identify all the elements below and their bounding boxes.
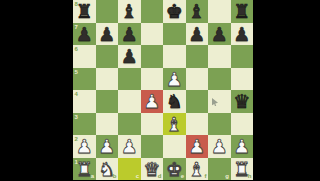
square-b3[interactable] <box>96 113 119 136</box>
square-d7[interactable] <box>141 23 164 46</box>
square-g4[interactable] <box>208 90 231 113</box>
square-f7[interactable]: ♟ <box>186 23 209 46</box>
square-e3[interactable]: ♝ <box>163 113 186 136</box>
square-h5[interactable] <box>231 68 254 91</box>
square-a8[interactable]: 8♜ <box>73 0 96 23</box>
square-h6[interactable] <box>231 45 254 68</box>
square-c8[interactable]: ♝ <box>118 0 141 23</box>
letterbox-right <box>253 0 320 180</box>
square-a1[interactable]: 1a♜ <box>73 158 96 181</box>
piece-black-bishop-f8[interactable]: ♝ <box>186 0 209 23</box>
piece-black-pawn-f7[interactable]: ♟ <box>186 23 209 46</box>
square-g2[interactable]: ♟ <box>208 135 231 158</box>
square-f1[interactable]: f♝ <box>186 158 209 181</box>
square-d3[interactable] <box>141 113 164 136</box>
square-f8[interactable]: ♝ <box>186 0 209 23</box>
square-c2[interactable]: ♟ <box>118 135 141 158</box>
square-e7[interactable] <box>163 23 186 46</box>
square-g1[interactable]: g <box>208 158 231 181</box>
square-c4[interactable] <box>118 90 141 113</box>
square-a2[interactable]: 2♟ <box>73 135 96 158</box>
piece-white-queen-d1[interactable]: ♛ <box>141 158 164 181</box>
square-e4[interactable]: ♞ <box>163 90 186 113</box>
square-b4[interactable] <box>96 90 119 113</box>
rank-label-4: 4 <box>75 91 78 97</box>
piece-black-knight-e4[interactable]: ♞ <box>163 90 186 113</box>
square-e2[interactable] <box>163 135 186 158</box>
square-a4[interactable]: 4 <box>73 90 96 113</box>
square-h3[interactable] <box>231 113 254 136</box>
piece-white-pawn-f2[interactable]: ♟ <box>186 135 209 158</box>
piece-white-rook-h1[interactable]: ♜ <box>231 158 254 181</box>
square-h7[interactable]: ♟ <box>231 23 254 46</box>
square-b8[interactable] <box>96 0 119 23</box>
square-b7[interactable]: ♟ <box>96 23 119 46</box>
piece-black-queen-h4[interactable]: ♛ <box>231 90 254 113</box>
square-g7[interactable]: ♟ <box>208 23 231 46</box>
piece-black-pawn-c6[interactable]: ♟ <box>118 45 141 68</box>
square-c3[interactable] <box>118 113 141 136</box>
piece-white-pawn-g2[interactable]: ♟ <box>208 135 231 158</box>
piece-white-bishop-e3[interactable]: ♝ <box>163 113 186 136</box>
piece-white-pawn-c2[interactable]: ♟ <box>118 135 141 158</box>
piece-white-rook-a1[interactable]: ♜ <box>73 158 96 181</box>
square-f3[interactable] <box>186 113 209 136</box>
piece-black-pawn-g7[interactable]: ♟ <box>208 23 231 46</box>
piece-black-rook-a8[interactable]: ♜ <box>73 0 96 23</box>
piece-white-pawn-a2[interactable]: ♟ <box>73 135 96 158</box>
square-d5[interactable] <box>141 68 164 91</box>
piece-black-bishop-c8[interactable]: ♝ <box>118 0 141 23</box>
rank-label-3: 3 <box>75 114 78 120</box>
square-f2[interactable]: ♟ <box>186 135 209 158</box>
square-g3[interactable] <box>208 113 231 136</box>
square-a5[interactable]: 5 <box>73 68 96 91</box>
square-h1[interactable]: h♜ <box>231 158 254 181</box>
square-d6[interactable] <box>141 45 164 68</box>
square-h2[interactable]: ♟ <box>231 135 254 158</box>
square-e5[interactable]: ♟ <box>163 68 186 91</box>
square-b2[interactable]: ♟ <box>96 135 119 158</box>
square-c5[interactable] <box>118 68 141 91</box>
square-e8[interactable]: ♚ <box>163 0 186 23</box>
piece-black-pawn-b7[interactable]: ♟ <box>96 23 119 46</box>
square-b5[interactable] <box>96 68 119 91</box>
rank-label-6: 6 <box>75 46 78 52</box>
square-c6[interactable]: ♟ <box>118 45 141 68</box>
square-e6[interactable] <box>163 45 186 68</box>
square-d1[interactable]: d♛ <box>141 158 164 181</box>
piece-black-rook-h8[interactable]: ♜ <box>231 0 254 23</box>
file-label-g: g <box>225 173 229 179</box>
piece-white-knight-b1[interactable]: ♞ <box>96 158 119 181</box>
square-h4[interactable]: ♛ <box>231 90 254 113</box>
square-d4[interactable]: ♟ <box>141 90 164 113</box>
rank-label-5: 5 <box>75 69 78 75</box>
video-frame: 8♜♝♚♝♜7♟♟♟♟♟♟6♟5♟4♟♞♛3♝2♟♟♟♟♟♟1a♜b♞cd♛e♚… <box>0 0 320 180</box>
square-a7[interactable]: 7♟ <box>73 23 96 46</box>
square-a6[interactable]: 6 <box>73 45 96 68</box>
piece-white-pawn-e5[interactable]: ♟ <box>163 68 186 91</box>
square-g6[interactable] <box>208 45 231 68</box>
piece-white-pawn-d4[interactable]: ♟ <box>141 90 164 113</box>
piece-black-pawn-c7[interactable]: ♟ <box>118 23 141 46</box>
square-c7[interactable]: ♟ <box>118 23 141 46</box>
piece-black-pawn-a7[interactable]: ♟ <box>73 23 96 46</box>
square-e1[interactable]: e♚ <box>163 158 186 181</box>
square-b6[interactable] <box>96 45 119 68</box>
square-g8[interactable] <box>208 0 231 23</box>
square-c1[interactable]: c <box>118 158 141 181</box>
piece-black-king-e8[interactable]: ♚ <box>163 0 186 23</box>
piece-white-king-e1[interactable]: ♚ <box>163 158 186 181</box>
square-d2[interactable] <box>141 135 164 158</box>
square-f6[interactable] <box>186 45 209 68</box>
chessboard: 8♜♝♚♝♜7♟♟♟♟♟♟6♟5♟4♟♞♛3♝2♟♟♟♟♟♟1a♜b♞cd♛e♚… <box>73 0 253 180</box>
square-f5[interactable] <box>186 68 209 91</box>
piece-white-pawn-b2[interactable]: ♟ <box>96 135 119 158</box>
piece-white-bishop-f1[interactable]: ♝ <box>186 158 209 181</box>
square-g5[interactable] <box>208 68 231 91</box>
file-label-c: c <box>136 173 139 179</box>
square-d8[interactable] <box>141 0 164 23</box>
square-h8[interactable]: ♜ <box>231 0 254 23</box>
square-a3[interactable]: 3 <box>73 113 96 136</box>
piece-black-pawn-h7[interactable]: ♟ <box>231 23 254 46</box>
square-f4[interactable] <box>186 90 209 113</box>
letterbox-left <box>0 0 73 180</box>
piece-white-pawn-h2[interactable]: ♟ <box>231 135 254 158</box>
square-b1[interactable]: b♞ <box>96 158 119 181</box>
